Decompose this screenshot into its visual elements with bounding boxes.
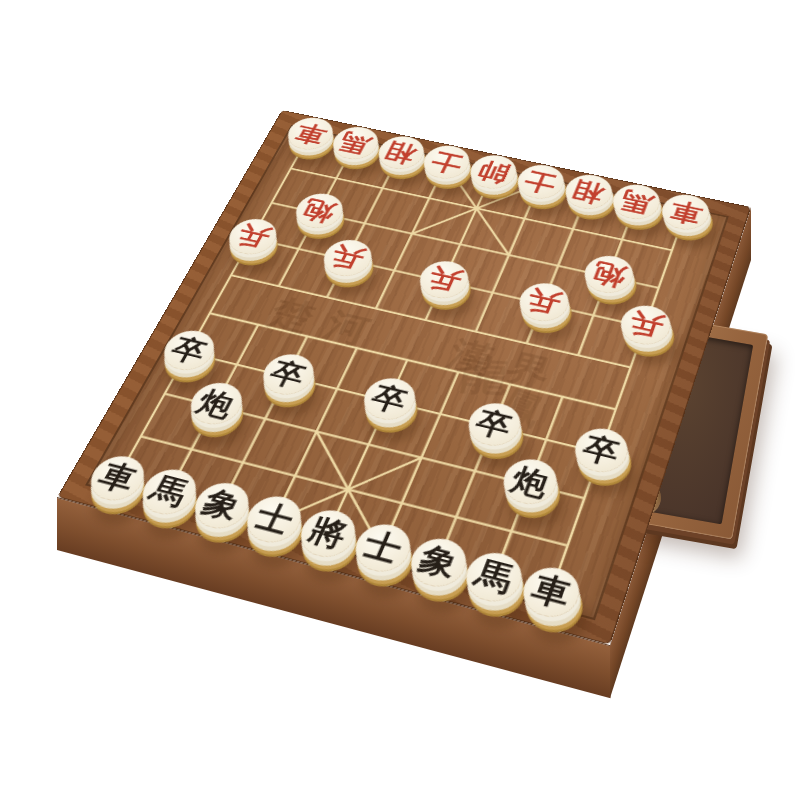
piece-character: 帥 (474, 158, 513, 186)
piece-character: 炮 (508, 463, 553, 500)
piece-character: 相 (569, 178, 608, 206)
piece-character: 卒 (266, 358, 310, 391)
piece-character: 卒 (367, 382, 411, 416)
piece-character: 車 (666, 198, 705, 227)
piece-character: 馬 (471, 557, 518, 597)
piece-character: 兵 (423, 264, 464, 295)
piece-character: 兵 (625, 308, 666, 340)
piece-character: 卒 (472, 407, 516, 442)
piece-character: 車 (94, 460, 142, 497)
piece-character: 兵 (523, 286, 564, 317)
piece-character: 卒 (167, 334, 212, 367)
piece-character: 士 (359, 528, 406, 567)
piece-character: 馬 (617, 188, 656, 216)
piece-character: 將 (304, 514, 351, 553)
product-photo-scene: 楚河 漢界 龍 鳳 車馬相士帥士相馬車炮炮兵兵兵兵兵卒卒卒卒卒炮炮車馬象士將士象… (0, 0, 800, 800)
piece-character: 兵 (326, 242, 368, 272)
piece-character: 炮 (589, 259, 629, 290)
piece-character: 象 (414, 542, 461, 582)
piece-character: 馬 (336, 130, 375, 157)
piece-character: 炮 (193, 386, 238, 420)
piece-character: 炮 (298, 197, 339, 226)
piece-character: 相 (381, 139, 420, 166)
piece-character: 車 (528, 571, 575, 612)
piece-character: 兵 (232, 222, 274, 251)
piece-character: 士 (251, 500, 299, 538)
piece-character: 車 (291, 120, 330, 146)
piece-character: 士 (521, 168, 560, 196)
piece-character: 象 (198, 486, 246, 524)
piece-character: 士 (427, 148, 466, 175)
piece-character: 卒 (579, 432, 623, 468)
piece-character: 馬 (145, 473, 193, 510)
